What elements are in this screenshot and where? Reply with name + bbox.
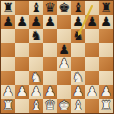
piece-white-king[interactable]: ♚	[58, 99, 70, 113]
square-e8[interactable]: ♚	[57, 1, 71, 15]
piece-black-king[interactable]: ♚	[58, 1, 70, 15]
square-d4[interactable]	[43, 57, 57, 71]
piece-white-pawn[interactable]: ♟	[30, 85, 42, 99]
square-d5[interactable]	[43, 43, 57, 57]
piece-white-knight[interactable]: ♞	[72, 71, 84, 85]
square-a7[interactable]: ♟	[1, 15, 15, 29]
piece-black-rook[interactable]: ♜	[2, 1, 14, 15]
square-d1[interactable]: ♛	[43, 99, 57, 113]
piece-white-bishop[interactable]: ♝	[30, 99, 42, 113]
piece-white-pawn[interactable]: ♟	[16, 85, 28, 99]
piece-black-pawn[interactable]: ♟	[72, 15, 84, 29]
square-a6[interactable]	[1, 29, 15, 43]
piece-white-bishop[interactable]: ♝	[72, 99, 84, 113]
board-frame: ♜♝♛♚♝♜♟♟♟♟♟♟♟♞♞♟♟♞♞♟♟♟♟♟♟♟♜♝♛♚♝♜	[0, 0, 114, 114]
piece-black-queen[interactable]: ♛	[44, 1, 56, 15]
piece-white-pawn[interactable]: ♟	[58, 57, 70, 71]
square-h6[interactable]	[99, 29, 113, 43]
square-c1[interactable]: ♝	[29, 99, 43, 113]
square-g6[interactable]	[85, 29, 99, 43]
square-c6[interactable]: ♞	[29, 29, 43, 43]
square-a1[interactable]: ♜	[1, 99, 15, 113]
square-g7[interactable]: ♟	[85, 15, 99, 29]
square-f5[interactable]	[71, 43, 85, 57]
square-g1[interactable]	[85, 99, 99, 113]
square-h1[interactable]: ♜	[99, 99, 113, 113]
piece-black-pawn[interactable]: ♟	[30, 15, 42, 29]
square-g4[interactable]	[85, 57, 99, 71]
square-b6[interactable]	[15, 29, 29, 43]
square-h4[interactable]	[99, 57, 113, 71]
piece-black-pawn[interactable]: ♟	[2, 15, 14, 29]
square-f6[interactable]: ♞	[71, 29, 85, 43]
piece-black-rook[interactable]: ♜	[100, 1, 112, 15]
square-d7[interactable]: ♟	[43, 15, 57, 29]
piece-black-pawn[interactable]: ♟	[100, 15, 112, 29]
piece-black-pawn[interactable]: ♟	[16, 15, 28, 29]
piece-black-bishop[interactable]: ♝	[72, 1, 84, 15]
square-a5[interactable]	[1, 43, 15, 57]
piece-white-rook[interactable]: ♜	[100, 99, 112, 113]
piece-white-pawn[interactable]: ♟	[44, 85, 56, 99]
piece-white-knight[interactable]: ♞	[30, 71, 42, 85]
chess-board: ♜♝♛♚♝♜♟♟♟♟♟♟♟♞♞♟♟♞♞♟♟♟♟♟♟♟♜♝♛♚♝♜	[1, 1, 113, 113]
square-b1[interactable]	[15, 99, 29, 113]
piece-black-bishop[interactable]: ♝	[30, 1, 42, 15]
square-h5[interactable]	[99, 43, 113, 57]
square-c5[interactable]	[29, 43, 43, 57]
piece-white-queen[interactable]: ♛	[44, 99, 56, 113]
square-b2[interactable]: ♟	[15, 85, 29, 99]
square-a4[interactable]	[1, 57, 15, 71]
piece-black-pawn[interactable]: ♟	[58, 43, 70, 57]
piece-white-pawn[interactable]: ♟	[72, 85, 84, 99]
square-h7[interactable]: ♟	[99, 15, 113, 29]
piece-white-rook[interactable]: ♜	[2, 99, 14, 113]
square-b4[interactable]	[15, 57, 29, 71]
square-e3[interactable]	[57, 71, 71, 85]
piece-white-pawn[interactable]: ♟	[100, 85, 112, 99]
square-e1[interactable]: ♚	[57, 99, 71, 113]
square-g2[interactable]: ♟	[85, 85, 99, 99]
piece-black-pawn[interactable]: ♟	[44, 15, 56, 29]
piece-white-pawn[interactable]: ♟	[86, 85, 98, 99]
square-d6[interactable]	[43, 29, 57, 43]
piece-black-pawn[interactable]: ♟	[86, 15, 98, 29]
square-e7[interactable]	[57, 15, 71, 29]
piece-black-knight[interactable]: ♞	[72, 29, 84, 43]
piece-white-pawn[interactable]: ♟	[2, 85, 14, 99]
piece-black-knight[interactable]: ♞	[30, 29, 42, 43]
square-g5[interactable]	[85, 43, 99, 57]
square-b7[interactable]: ♟	[15, 15, 29, 29]
square-e4[interactable]: ♟	[57, 57, 71, 71]
square-f1[interactable]: ♝	[71, 99, 85, 113]
square-b5[interactable]	[15, 43, 29, 57]
